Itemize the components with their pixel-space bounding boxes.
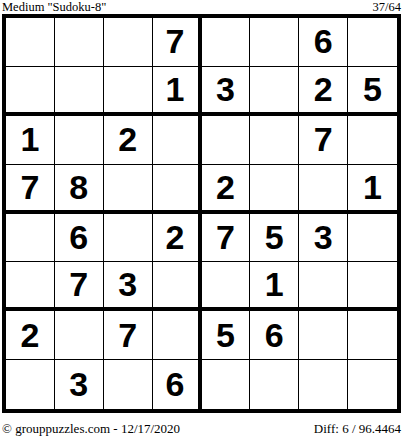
cell-r1c3-empty[interactable] xyxy=(104,18,153,67)
cell-r8c3-empty[interactable] xyxy=(104,360,153,409)
cell-r8c5-empty[interactable] xyxy=(202,360,251,409)
cell-r6c8-empty[interactable] xyxy=(348,262,397,311)
cell-r8c6-empty[interactable] xyxy=(250,360,299,409)
cell-r8c7-empty[interactable] xyxy=(299,360,348,409)
cell-r2c1-empty[interactable] xyxy=(6,67,55,116)
cell-r4c8-given: 1 xyxy=(348,165,397,214)
cell-r7c4-empty[interactable] xyxy=(153,311,202,360)
cell-r4c7-empty[interactable] xyxy=(299,165,348,214)
cell-r1c8-empty[interactable] xyxy=(348,18,397,67)
cell-r3c4-empty[interactable] xyxy=(153,116,202,165)
cell-r7c2-empty[interactable] xyxy=(55,311,104,360)
cell-r5c5-given: 7 xyxy=(202,214,251,263)
cell-r4c5-given: 2 xyxy=(202,165,251,214)
cell-r5c2-given: 6 xyxy=(55,214,104,263)
cell-r7c6-given: 6 xyxy=(250,311,299,360)
cell-r3c5-empty[interactable] xyxy=(202,116,251,165)
cell-r6c5-empty[interactable] xyxy=(202,262,251,311)
cell-r2c4-given: 1 xyxy=(153,67,202,116)
cell-r3c3-given: 2 xyxy=(104,116,153,165)
cell-r2c2-empty[interactable] xyxy=(55,67,104,116)
puzzle-page: Medium "Sudoku-8" 37/64 7613251277821627… xyxy=(0,0,403,437)
cell-r2c3-empty[interactable] xyxy=(104,67,153,116)
empty-cell-counter: 37/64 xyxy=(373,1,401,14)
cell-r2c6-empty[interactable] xyxy=(250,67,299,116)
cell-r6c7-empty[interactable] xyxy=(299,262,348,311)
cell-r8c2-given: 3 xyxy=(55,360,104,409)
cell-r1c2-empty[interactable] xyxy=(55,18,104,67)
cell-r1c6-empty[interactable] xyxy=(250,18,299,67)
cell-r7c3-given: 7 xyxy=(104,311,153,360)
cell-r3c8-empty[interactable] xyxy=(348,116,397,165)
cell-r4c3-empty[interactable] xyxy=(104,165,153,214)
cell-r5c1-empty[interactable] xyxy=(6,214,55,263)
cell-r4c4-empty[interactable] xyxy=(153,165,202,214)
header: Medium "Sudoku-8" 37/64 xyxy=(0,0,403,14)
cell-r7c8-empty[interactable] xyxy=(348,311,397,360)
cell-r5c6-given: 5 xyxy=(250,214,299,263)
cell-r4c2-given: 8 xyxy=(55,165,104,214)
cell-r6c1-empty[interactable] xyxy=(6,262,55,311)
cell-r8c1-empty[interactable] xyxy=(6,360,55,409)
cell-r5c8-empty[interactable] xyxy=(348,214,397,263)
cell-r3c7-given: 7 xyxy=(299,116,348,165)
cell-r6c2-given: 7 xyxy=(55,262,104,311)
cell-r6c3-given: 3 xyxy=(104,262,153,311)
cell-r1c1-empty[interactable] xyxy=(6,18,55,67)
cell-r5c3-empty[interactable] xyxy=(104,214,153,263)
cell-r8c4-given: 6 xyxy=(153,360,202,409)
cell-r7c7-empty[interactable] xyxy=(299,311,348,360)
cell-r6c6-given: 1 xyxy=(250,262,299,311)
cell-r4c6-empty[interactable] xyxy=(250,165,299,214)
cell-r2c7-given: 2 xyxy=(299,67,348,116)
cell-r4c1-given: 7 xyxy=(6,165,55,214)
puzzle-title: Medium "Sudoku-8" xyxy=(2,1,106,14)
cell-r3c2-empty[interactable] xyxy=(55,116,104,165)
cell-r1c4-given: 7 xyxy=(153,18,202,67)
cell-r3c6-empty[interactable] xyxy=(250,116,299,165)
cell-r5c7-given: 3 xyxy=(299,214,348,263)
cell-r5c4-given: 2 xyxy=(153,214,202,263)
cell-r7c1-given: 2 xyxy=(6,311,55,360)
cell-r3c1-given: 1 xyxy=(6,116,55,165)
difficulty-text: Diff: 6 / 96.4464 xyxy=(314,421,401,436)
cell-r1c7-given: 6 xyxy=(299,18,348,67)
cell-r2c5-given: 3 xyxy=(202,67,251,116)
cell-r1c5-empty[interactable] xyxy=(202,18,251,67)
cell-r8c8-empty[interactable] xyxy=(348,360,397,409)
copyright-text: © grouppuzzles.com - 12/17/2020 xyxy=(2,421,180,436)
sudoku-grid: 761325127782162753731275636 xyxy=(2,14,401,413)
cell-r6c4-empty[interactable] xyxy=(153,262,202,311)
footer: © grouppuzzles.com - 12/17/2020 Diff: 6 … xyxy=(0,419,403,436)
cell-r7c5-given: 5 xyxy=(202,311,251,360)
cell-r2c8-given: 5 xyxy=(348,67,397,116)
